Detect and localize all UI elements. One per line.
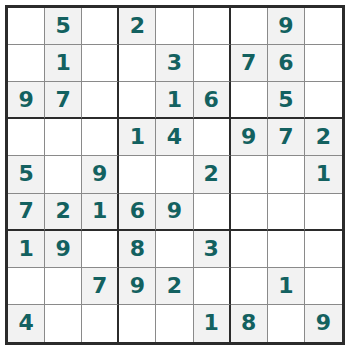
cell-r6c7[interactable] — [231, 194, 268, 231]
cell-r8c4[interactable]: 9 — [119, 268, 156, 305]
cell-r6c5[interactable]: 9 — [156, 194, 193, 231]
cell-r8c1[interactable] — [8, 268, 45, 305]
cell-r8c5[interactable]: 2 — [156, 268, 193, 305]
cell-r4c8[interactable]: 7 — [268, 119, 305, 156]
cell-r9c1[interactable]: 4 — [8, 305, 45, 342]
cell-r3c8[interactable]: 5 — [268, 82, 305, 119]
cell-r3c1[interactable]: 9 — [8, 82, 45, 119]
cell-r6c2[interactable]: 2 — [45, 194, 82, 231]
cell-r5c2[interactable] — [45, 156, 82, 193]
cell-r1c7[interactable] — [231, 8, 268, 45]
cell-r1c1[interactable] — [8, 8, 45, 45]
cell-r4c5[interactable]: 4 — [156, 119, 193, 156]
cell-r2c8[interactable]: 6 — [268, 45, 305, 82]
cell-r5c4[interactable] — [119, 156, 156, 193]
cell-r5c5[interactable] — [156, 156, 193, 193]
cell-r9c5[interactable] — [156, 305, 193, 342]
cell-r9c8[interactable] — [268, 305, 305, 342]
cell-r6c9[interactable] — [305, 194, 342, 231]
cell-r2c7[interactable]: 7 — [231, 45, 268, 82]
sudoku-board: 5 2 9 1 3 7 6 9 7 1 6 5 1 4 9 7 2 5 9 2 … — [5, 5, 345, 345]
cell-r4c1[interactable] — [8, 119, 45, 156]
cell-r1c5[interactable] — [156, 8, 193, 45]
cell-r6c4[interactable]: 6 — [119, 194, 156, 231]
cell-r2c9[interactable] — [305, 45, 342, 82]
cell-r9c7[interactable]: 8 — [231, 305, 268, 342]
cell-r3c4[interactable] — [119, 82, 156, 119]
cell-r2c5[interactable]: 3 — [156, 45, 193, 82]
cell-r9c6[interactable]: 1 — [194, 305, 231, 342]
cell-r5c3[interactable]: 9 — [82, 156, 119, 193]
cell-r7c8[interactable] — [268, 231, 305, 268]
cell-r9c9[interactable]: 9 — [305, 305, 342, 342]
cell-r2c1[interactable] — [8, 45, 45, 82]
cell-r8c8[interactable]: 1 — [268, 268, 305, 305]
cell-r8c7[interactable] — [231, 268, 268, 305]
cell-r1c3[interactable] — [82, 8, 119, 45]
cell-r7c4[interactable]: 8 — [119, 231, 156, 268]
cell-r3c5[interactable]: 1 — [156, 82, 193, 119]
cell-r8c3[interactable]: 7 — [82, 268, 119, 305]
cell-r2c6[interactable] — [194, 45, 231, 82]
cell-r4c3[interactable] — [82, 119, 119, 156]
cell-r7c5[interactable] — [156, 231, 193, 268]
cell-r3c9[interactable] — [305, 82, 342, 119]
cell-r5c9[interactable]: 1 — [305, 156, 342, 193]
cell-r6c3[interactable]: 1 — [82, 194, 119, 231]
cell-r7c7[interactable] — [231, 231, 268, 268]
cell-r3c7[interactable] — [231, 82, 268, 119]
cell-r8c9[interactable] — [305, 268, 342, 305]
cell-r3c3[interactable] — [82, 82, 119, 119]
cell-r9c3[interactable] — [82, 305, 119, 342]
cell-r6c8[interactable] — [268, 194, 305, 231]
cell-r1c4[interactable]: 2 — [119, 8, 156, 45]
cell-r7c3[interactable] — [82, 231, 119, 268]
cell-r1c6[interactable] — [194, 8, 231, 45]
cell-r7c6[interactable]: 3 — [194, 231, 231, 268]
cell-r3c2[interactable]: 7 — [45, 82, 82, 119]
cell-r2c2[interactable]: 1 — [45, 45, 82, 82]
cell-r4c7[interactable]: 9 — [231, 119, 268, 156]
cell-r4c9[interactable]: 2 — [305, 119, 342, 156]
cell-r5c6[interactable]: 2 — [194, 156, 231, 193]
cell-r5c8[interactable] — [268, 156, 305, 193]
cell-r9c2[interactable] — [45, 305, 82, 342]
cell-r5c7[interactable] — [231, 156, 268, 193]
cell-r1c2[interactable]: 5 — [45, 8, 82, 45]
cell-r1c8[interactable]: 9 — [268, 8, 305, 45]
cell-r3c6[interactable]: 6 — [194, 82, 231, 119]
cell-r4c4[interactable]: 1 — [119, 119, 156, 156]
cell-r7c1[interactable]: 1 — [8, 231, 45, 268]
cell-r8c6[interactable] — [194, 268, 231, 305]
cell-r7c2[interactable]: 9 — [45, 231, 82, 268]
cell-r8c2[interactable] — [45, 268, 82, 305]
cell-r4c6[interactable] — [194, 119, 231, 156]
cell-r5c1[interactable]: 5 — [8, 156, 45, 193]
cell-r9c4[interactable] — [119, 305, 156, 342]
cell-r7c9[interactable] — [305, 231, 342, 268]
cell-r4c2[interactable] — [45, 119, 82, 156]
cell-r2c4[interactable] — [119, 45, 156, 82]
cell-r1c9[interactable] — [305, 8, 342, 45]
cell-r2c3[interactable] — [82, 45, 119, 82]
cell-r6c6[interactable] — [194, 194, 231, 231]
cell-r6c1[interactable]: 7 — [8, 194, 45, 231]
